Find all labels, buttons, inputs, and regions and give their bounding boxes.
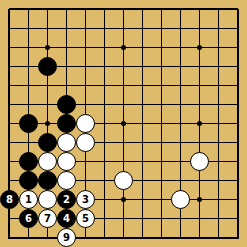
intersection-11-6 <box>190 95 209 114</box>
intersection-9-2 <box>152 19 171 38</box>
grid-line-vertical <box>104 133 105 152</box>
intersection-13-6 <box>228 95 247 114</box>
intersection-5-12: 5 <box>76 209 95 228</box>
grid-line-vertical <box>161 38 162 57</box>
intersection-1-11: 8 <box>0 190 19 209</box>
intersection-10-9 <box>171 152 190 171</box>
intersection-4-4 <box>57 57 76 76</box>
intersection-10-7 <box>171 114 190 133</box>
grid-line-horizontal <box>9 28 19 29</box>
intersection-4-3 <box>57 38 76 57</box>
grid-line-vertical <box>104 152 105 171</box>
grid-line-vertical <box>199 95 200 114</box>
move-number: 3 <box>82 195 89 205</box>
grid-line-vertical <box>218 38 219 57</box>
intersection-3-10 <box>38 171 57 190</box>
intersection-10-4 <box>171 57 190 76</box>
grid-line-vertical <box>66 76 67 95</box>
move-number: 7 <box>44 214 51 224</box>
grid-line-horizontal <box>9 218 19 219</box>
grid-line-horizontal <box>9 66 19 67</box>
intersection-10-5 <box>171 76 190 95</box>
intersection-7-8 <box>114 133 133 152</box>
intersection-11-12 <box>190 209 209 228</box>
intersection-7-3 <box>114 38 133 57</box>
intersection-2-2 <box>19 19 38 38</box>
grid-line-vertical <box>142 76 143 95</box>
grid-line-vertical <box>218 9 219 19</box>
grid-line-vertical <box>47 76 48 95</box>
intersection-12-13 <box>209 228 228 247</box>
intersection-5-1 <box>76 0 95 19</box>
grid-line-vertical <box>218 171 219 190</box>
grid-line-vertical <box>237 152 239 171</box>
intersection-8-4 <box>133 57 152 76</box>
grid-line-vertical <box>123 209 124 228</box>
grid-line-horizontal <box>9 180 19 181</box>
intersection-4-7 <box>57 114 76 133</box>
intersection-3-13 <box>38 228 57 247</box>
grid-line-vertical <box>237 9 239 19</box>
grid-line-vertical <box>85 57 86 76</box>
move-1-white-stone: 1 <box>19 190 38 209</box>
intersection-6-12 <box>95 209 114 228</box>
intersection-6-9 <box>95 152 114 171</box>
grid-line-vertical <box>218 19 219 38</box>
intersection-8-8 <box>133 133 152 152</box>
intersection-12-5 <box>209 76 228 95</box>
intersection-12-2 <box>209 19 228 38</box>
grid-line-vertical <box>161 209 162 228</box>
intersection-3-5 <box>38 76 57 95</box>
black-stone <box>19 114 38 133</box>
grid-line-vertical <box>237 76 239 95</box>
intersection-6-13 <box>95 228 114 247</box>
grid-line-vertical <box>28 9 29 19</box>
intersection-3-2 <box>38 19 57 38</box>
grid-line-horizontal <box>9 237 19 239</box>
grid-line-vertical <box>104 171 105 190</box>
grid-line-vertical <box>8 228 10 239</box>
white-stone <box>57 152 76 171</box>
intersection-4-5 <box>57 76 76 95</box>
grid-line-vertical <box>104 57 105 76</box>
grid-line-vertical <box>218 228 219 239</box>
grid-line-vertical <box>8 76 10 95</box>
intersection-1-3 <box>0 38 19 57</box>
intersection-5-2 <box>76 19 95 38</box>
grid-line-vertical <box>199 171 200 190</box>
intersection-6-6 <box>95 95 114 114</box>
intersection-2-4 <box>19 57 38 76</box>
intersection-11-10 <box>190 171 209 190</box>
grid-line-vertical <box>85 9 86 19</box>
grid-line-vertical <box>28 38 29 57</box>
white-stone <box>114 171 133 190</box>
intersection-12-8 <box>209 133 228 152</box>
grid-line-vertical <box>8 152 10 171</box>
grid-line-vertical <box>142 19 143 38</box>
grid-line-vertical <box>28 57 29 76</box>
intersection-5-11: 3 <box>76 190 95 209</box>
intersection-3-8 <box>38 133 57 152</box>
intersection-3-1 <box>38 0 57 19</box>
intersection-9-11 <box>152 190 171 209</box>
intersection-5-7 <box>76 114 95 133</box>
grid-line-vertical <box>218 152 219 171</box>
intersection-7-9 <box>114 152 133 171</box>
grid-line-vertical <box>104 9 105 19</box>
intersection-12-3 <box>209 38 228 57</box>
intersection-3-12: 7 <box>38 209 57 228</box>
intersection-8-7 <box>133 114 152 133</box>
grid-line-vertical <box>180 152 181 171</box>
intersection-10-3 <box>171 38 190 57</box>
grid-line-vertical <box>8 133 10 152</box>
intersection-1-7 <box>0 114 19 133</box>
grid-line-horizontal <box>9 8 19 10</box>
grid-line-vertical <box>142 228 143 239</box>
grid-line-horizontal <box>9 142 19 143</box>
grid-line-vertical <box>66 19 67 38</box>
grid-line-vertical <box>180 38 181 57</box>
hoshi-star-point <box>121 45 126 50</box>
intersection-5-13 <box>76 228 95 247</box>
intersection-9-3 <box>152 38 171 57</box>
move-6-black-stone: 6 <box>19 209 38 228</box>
intersection-5-8 <box>76 133 95 152</box>
intersection-3-6 <box>38 95 57 114</box>
grid-line-vertical <box>123 95 124 114</box>
grid-line-vertical <box>8 38 10 57</box>
grid-line-vertical <box>237 209 239 228</box>
intersection-2-1 <box>19 0 38 19</box>
white-stone <box>57 171 76 190</box>
intersection-2-5 <box>19 76 38 95</box>
intersection-12-7 <box>209 114 228 133</box>
grid-line-vertical <box>142 133 143 152</box>
grid-line-vertical <box>237 171 239 190</box>
intersection-7-5 <box>114 76 133 95</box>
intersection-12-9 <box>209 152 228 171</box>
intersection-4-2 <box>57 19 76 38</box>
move-number: 2 <box>63 195 70 205</box>
intersection-8-10 <box>133 171 152 190</box>
grid-line-vertical <box>28 76 29 95</box>
intersection-10-11 <box>171 190 190 209</box>
grid-line-vertical <box>180 209 181 228</box>
intersection-9-9 <box>152 152 171 171</box>
intersection-4-12: 4 <box>57 209 76 228</box>
grid-line-vertical <box>237 19 239 38</box>
intersection-6-11 <box>95 190 114 209</box>
grid-line-vertical <box>8 171 10 190</box>
intersection-4-13: 9 <box>57 228 76 247</box>
grid-line-vertical <box>161 152 162 171</box>
intersection-8-3 <box>133 38 152 57</box>
intersection-12-12 <box>209 209 228 228</box>
intersection-9-12 <box>152 209 171 228</box>
hoshi-star-point <box>45 121 50 126</box>
grid-line-vertical <box>142 95 143 114</box>
grid-line-vertical <box>8 57 10 76</box>
intersection-10-12 <box>171 209 190 228</box>
grid-line-vertical <box>199 57 200 76</box>
intersection-1-6 <box>0 95 19 114</box>
grid-line-vertical <box>66 9 67 19</box>
intersection-2-11: 1 <box>19 190 38 209</box>
intersection-13-2 <box>228 19 247 38</box>
intersection-10-10 <box>171 171 190 190</box>
grid-line-vertical <box>237 114 239 133</box>
grid-line-horizontal <box>9 161 19 162</box>
intersection-9-10 <box>152 171 171 190</box>
intersection-7-2 <box>114 19 133 38</box>
intersection-12-10 <box>209 171 228 190</box>
intersection-9-4 <box>152 57 171 76</box>
intersection-1-5 <box>0 76 19 95</box>
move-3-white-stone: 3 <box>76 190 95 209</box>
grid-line-vertical <box>161 57 162 76</box>
intersection-10-6 <box>171 95 190 114</box>
intersection-6-1 <box>95 0 114 19</box>
intersection-4-9 <box>57 152 76 171</box>
intersection-2-6 <box>19 95 38 114</box>
grid-line-vertical <box>47 19 48 38</box>
intersection-4-1 <box>57 0 76 19</box>
grid-line-vertical <box>85 38 86 57</box>
grid-line-vertical <box>180 228 181 239</box>
grid-line-vertical <box>237 38 239 57</box>
move-5-white-stone: 5 <box>76 209 95 228</box>
grid-line-vertical <box>237 228 239 239</box>
grid-line-vertical <box>180 95 181 114</box>
grid-line-vertical <box>47 95 48 114</box>
grid-line-vertical <box>218 57 219 76</box>
intersection-7-7 <box>114 114 133 133</box>
grid-line-vertical <box>161 190 162 209</box>
intersection-1-12 <box>0 209 19 228</box>
grid-line-vertical <box>161 9 162 19</box>
intersection-12-1 <box>209 0 228 19</box>
intersection-8-2 <box>133 19 152 38</box>
intersection-1-13 <box>0 228 19 247</box>
grid-line-vertical <box>104 228 105 239</box>
intersection-4-8 <box>57 133 76 152</box>
intersection-2-3 <box>19 38 38 57</box>
move-9-white-stone: 9 <box>57 228 76 247</box>
grid-line-horizontal <box>9 123 19 124</box>
grid-line-vertical <box>104 209 105 228</box>
move-number: 5 <box>82 214 89 224</box>
grid-line-vertical <box>104 19 105 38</box>
intersection-2-10 <box>19 171 38 190</box>
grid-line-vertical <box>142 152 143 171</box>
grid-line-vertical <box>218 133 219 152</box>
intersection-9-5 <box>152 76 171 95</box>
grid-line-vertical <box>218 209 219 228</box>
white-stone <box>76 133 95 152</box>
white-stone <box>57 133 76 152</box>
intersection-2-8 <box>19 133 38 152</box>
white-stone <box>190 152 209 171</box>
grid-line-vertical <box>218 190 219 209</box>
intersection-4-11: 2 <box>57 190 76 209</box>
grid-line-vertical <box>161 228 162 239</box>
grid-line-vertical <box>47 9 48 19</box>
move-number: 1 <box>25 195 32 205</box>
intersection-2-7 <box>19 114 38 133</box>
intersection-1-2 <box>0 19 19 38</box>
intersection-11-4 <box>190 57 209 76</box>
grid-line-vertical <box>161 171 162 190</box>
move-number: 6 <box>25 214 32 224</box>
intersection-6-8 <box>95 133 114 152</box>
intersection-5-6 <box>76 95 95 114</box>
intersection-7-4 <box>114 57 133 76</box>
white-stone <box>171 190 190 209</box>
intersection-5-10 <box>76 171 95 190</box>
intersection-13-3 <box>228 38 247 57</box>
grid-line-vertical <box>199 9 200 19</box>
grid-line-vertical <box>104 190 105 209</box>
grid-line-vertical <box>237 133 239 152</box>
intersection-13-1 <box>228 0 247 19</box>
intersection-13-4 <box>228 57 247 76</box>
grid-line-vertical <box>8 19 10 38</box>
black-stone <box>57 95 76 114</box>
grid-line-vertical <box>142 57 143 76</box>
intersection-11-5 <box>190 76 209 95</box>
grid-line-vertical <box>218 76 219 95</box>
intersection-7-1 <box>114 0 133 19</box>
intersection-3-9 <box>38 152 57 171</box>
black-stone <box>19 152 38 171</box>
intersection-13-10 <box>228 171 247 190</box>
grid-line-vertical <box>85 19 86 38</box>
intersection-11-3 <box>190 38 209 57</box>
hoshi-star-point <box>197 197 202 202</box>
grid-line-vertical <box>66 57 67 76</box>
intersection-1-10 <box>0 171 19 190</box>
hoshi-star-point <box>197 121 202 126</box>
intersection-13-11 <box>228 190 247 209</box>
grid-line-vertical <box>85 95 86 114</box>
grid-line-vertical <box>104 38 105 57</box>
grid-line-vertical <box>142 38 143 57</box>
grid-line-vertical <box>28 95 29 114</box>
intersection-8-13 <box>133 228 152 247</box>
grid-line-horizontal <box>9 47 19 48</box>
move-number: 4 <box>63 214 70 224</box>
intersection-6-2 <box>95 19 114 38</box>
intersection-1-9 <box>0 152 19 171</box>
grid-line-vertical <box>85 171 86 190</box>
intersection-6-3 <box>95 38 114 57</box>
intersection-8-12 <box>133 209 152 228</box>
intersection-10-2 <box>171 19 190 38</box>
intersection-5-5 <box>76 76 95 95</box>
grid-line-vertical <box>8 114 10 133</box>
black-stone <box>38 133 57 152</box>
black-stone <box>19 171 38 190</box>
intersection-13-13 <box>228 228 247 247</box>
grid-line-vertical <box>199 19 200 38</box>
intersection-12-6 <box>209 95 228 114</box>
grid-line-vertical <box>161 133 162 152</box>
grid-line-vertical <box>123 76 124 95</box>
intersection-1-8 <box>0 133 19 152</box>
hoshi-star-point <box>121 197 126 202</box>
grid-line-horizontal <box>9 104 19 105</box>
grid-line-vertical <box>66 38 67 57</box>
intersection-2-9 <box>19 152 38 171</box>
grid-line-vertical <box>85 76 86 95</box>
intersection-7-11 <box>114 190 133 209</box>
intersection-9-8 <box>152 133 171 152</box>
intersection-13-8 <box>228 133 247 152</box>
grid-line-vertical <box>218 95 219 114</box>
move-7-white-stone: 7 <box>38 209 57 228</box>
intersection-11-13 <box>190 228 209 247</box>
grid-line-vertical <box>142 209 143 228</box>
intersection-9-7 <box>152 114 171 133</box>
intersection-10-13 <box>171 228 190 247</box>
move-2-black-stone: 2 <box>57 190 76 209</box>
white-stone <box>38 152 57 171</box>
intersection-1-4 <box>0 57 19 76</box>
intersection-3-7 <box>38 114 57 133</box>
grid-line-vertical <box>8 95 10 114</box>
grid-line-vertical <box>104 76 105 95</box>
intersection-5-9 <box>76 152 95 171</box>
intersection-13-9 <box>228 152 247 171</box>
grid-line-vertical <box>123 133 124 152</box>
intersection-12-11 <box>209 190 228 209</box>
grid-line-vertical <box>142 190 143 209</box>
intersection-6-10 <box>95 171 114 190</box>
grid-line-vertical <box>47 228 48 239</box>
intersection-6-7 <box>95 114 114 133</box>
intersection-6-4 <box>95 57 114 76</box>
grid-line-vertical <box>237 57 239 76</box>
grid-line-vertical <box>199 76 200 95</box>
move-8-black-stone: 8 <box>0 190 19 209</box>
intersection-2-13 <box>19 228 38 247</box>
grid-line-vertical <box>123 19 124 38</box>
intersection-8-9 <box>133 152 152 171</box>
grid-line-vertical <box>180 57 181 76</box>
grid-line-vertical <box>180 9 181 19</box>
move-number: 9 <box>63 233 70 243</box>
intersection-9-13 <box>152 228 171 247</box>
black-stone <box>38 171 57 190</box>
intersection-8-5 <box>133 76 152 95</box>
grid-line-vertical <box>161 114 162 133</box>
intersection-7-10 <box>114 171 133 190</box>
hoshi-star-point <box>121 121 126 126</box>
intersection-11-7 <box>190 114 209 133</box>
intersection-5-3 <box>76 38 95 57</box>
grid-line-vertical <box>123 57 124 76</box>
intersection-5-4 <box>76 57 95 76</box>
intersection-9-1 <box>152 0 171 19</box>
intersection-11-2 <box>190 19 209 38</box>
hoshi-star-point <box>45 45 50 50</box>
intersection-10-1 <box>171 0 190 19</box>
intersection-8-6 <box>133 95 152 114</box>
intersection-9-6 <box>152 95 171 114</box>
